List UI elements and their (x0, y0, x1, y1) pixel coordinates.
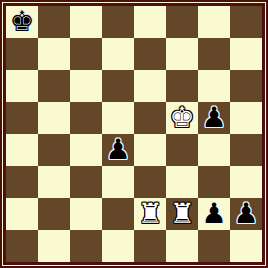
square-b1[interactable] (38, 230, 70, 262)
piece-white-king: ♚ (169, 102, 194, 134)
square-d2[interactable] (102, 198, 134, 230)
square-h3[interactable] (230, 166, 262, 198)
square-g3[interactable] (198, 166, 230, 198)
piece-black-pawn: ♟ (201, 102, 226, 134)
square-d8[interactable] (102, 6, 134, 38)
square-f2[interactable]: ♜ (166, 198, 198, 230)
square-c6[interactable] (70, 70, 102, 102)
square-e8[interactable] (134, 6, 166, 38)
square-d3[interactable] (102, 166, 134, 198)
square-c2[interactable] (70, 198, 102, 230)
square-g7[interactable] (198, 38, 230, 70)
square-e2[interactable]: ♜ (134, 198, 166, 230)
square-b8[interactable] (38, 6, 70, 38)
square-h7[interactable] (230, 38, 262, 70)
board-frame-pinstripe: ♚♚♟♟♜♜♟♟ (2, 2, 266, 266)
square-c1[interactable] (70, 230, 102, 262)
square-g5[interactable]: ♟ (198, 102, 230, 134)
square-c3[interactable] (70, 166, 102, 198)
square-g2[interactable]: ♟ (198, 198, 230, 230)
square-e4[interactable] (134, 134, 166, 166)
square-b6[interactable] (38, 70, 70, 102)
square-f5[interactable]: ♚ (166, 102, 198, 134)
square-c8[interactable] (70, 6, 102, 38)
board-frame: ♚♚♟♟♜♜♟♟ (0, 0, 268, 268)
chess-board: ♚♚♟♟♜♜♟♟ (6, 6, 262, 262)
square-e5[interactable] (134, 102, 166, 134)
square-f7[interactable] (166, 38, 198, 70)
square-c5[interactable] (70, 102, 102, 134)
square-a7[interactable] (6, 38, 38, 70)
square-d5[interactable] (102, 102, 134, 134)
square-a8[interactable]: ♚ (6, 6, 38, 38)
piece-black-pawn: ♟ (105, 134, 130, 166)
square-h2[interactable]: ♟ (230, 198, 262, 230)
square-a2[interactable] (6, 198, 38, 230)
square-e7[interactable] (134, 38, 166, 70)
square-e6[interactable] (134, 70, 166, 102)
square-a6[interactable] (6, 70, 38, 102)
square-a3[interactable] (6, 166, 38, 198)
square-f6[interactable] (166, 70, 198, 102)
square-a1[interactable] (6, 230, 38, 262)
square-c4[interactable] (70, 134, 102, 166)
square-h1[interactable] (230, 230, 262, 262)
square-b2[interactable] (38, 198, 70, 230)
square-g8[interactable] (198, 6, 230, 38)
square-a5[interactable] (6, 102, 38, 134)
square-b3[interactable] (38, 166, 70, 198)
square-e3[interactable] (134, 166, 166, 198)
square-f3[interactable] (166, 166, 198, 198)
square-f8[interactable] (166, 6, 198, 38)
square-g6[interactable] (198, 70, 230, 102)
square-d4[interactable]: ♟ (102, 134, 134, 166)
square-d6[interactable] (102, 70, 134, 102)
square-b5[interactable] (38, 102, 70, 134)
square-d1[interactable] (102, 230, 134, 262)
piece-white-rook: ♜ (169, 198, 194, 230)
piece-black-pawn: ♟ (201, 198, 226, 230)
square-h6[interactable] (230, 70, 262, 102)
piece-white-rook: ♜ (137, 198, 162, 230)
square-g1[interactable] (198, 230, 230, 262)
piece-black-pawn: ♟ (233, 198, 258, 230)
square-b4[interactable] (38, 134, 70, 166)
square-h4[interactable] (230, 134, 262, 166)
square-f4[interactable] (166, 134, 198, 166)
board-frame-inner: ♚♚♟♟♜♜♟♟ (3, 3, 265, 265)
square-f1[interactable] (166, 230, 198, 262)
piece-black-king: ♚ (9, 6, 34, 38)
square-a4[interactable] (6, 134, 38, 166)
square-c7[interactable] (70, 38, 102, 70)
square-d7[interactable] (102, 38, 134, 70)
square-h5[interactable] (230, 102, 262, 134)
square-h8[interactable] (230, 6, 262, 38)
square-g4[interactable] (198, 134, 230, 166)
square-b7[interactable] (38, 38, 70, 70)
square-e1[interactable] (134, 230, 166, 262)
